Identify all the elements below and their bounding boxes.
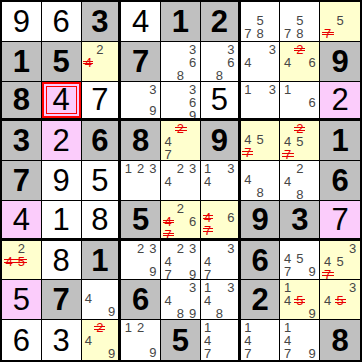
candidate-grid: 1459 [280,280,319,319]
candidate-5: 5 [334,255,347,268]
digit-given: 9 [331,46,348,77]
cell-r2c2[interactable]: 5 [42,42,82,82]
candidate-5: 5 [254,133,266,146]
candidate-6: 6 [225,211,237,224]
candidate-2: 2 [174,162,186,175]
cell-r9c9[interactable]: 8 [320,320,360,360]
cell-r8c8[interactable]: 1459 [280,280,320,320]
cell-r6c5[interactable]: 2467 [161,201,201,241]
cell-r3c7[interactable]: 13 [241,82,281,122]
candidate-4-eliminated: 4 [3,255,15,268]
candidate-grid: 134 [201,161,238,200]
digit-solved: 4 [132,6,149,37]
candidate-grid: 129 [121,320,160,360]
candidate-4: 4 [162,255,174,268]
candidate-8: 8 [213,307,225,320]
cell-r4c3[interactable]: 6 [82,121,122,161]
candidate-4: 4 [242,56,254,69]
candidate-4: 4 [202,294,214,307]
candidate-4: 4 [281,56,293,69]
candidate-8: 8 [294,188,306,201]
candidate-9: 9 [306,347,318,360]
candidate-grid: 2467 [161,201,200,238]
candidate-8: 8 [254,186,266,199]
candidate-8: 8 [294,27,306,40]
candidate-8: 8 [174,307,186,320]
candidate-4: 4 [281,294,293,307]
cell-r6c9[interactable]: 7 [320,201,360,241]
candidate-3: 3 [147,162,159,175]
candidate-7-eliminated: 7 [202,224,214,237]
cell-r1c5[interactable]: 1 [161,2,201,42]
candidate-9: 9 [187,307,199,320]
candidate-7-eliminated: 7 [281,148,293,161]
cell-r9c2[interactable]: 3 [42,320,82,360]
cell-r2c8[interactable]: 246 [280,42,320,82]
digit-given: 6 [132,284,149,315]
cell-r1c7[interactable]: 578 [241,2,281,42]
candidate-7: 7 [202,347,214,360]
cell-r3c8[interactable]: 16 [280,82,320,122]
candidate-7: 7 [281,347,293,360]
cell-r3c5[interactable]: 369 [161,82,201,122]
digit-solved: 5 [91,165,108,196]
digit-given: 3 [91,6,108,37]
candidate-2: 2 [294,162,306,175]
cell-r4c5[interactable]: 247 [161,121,201,161]
candidate-grid: 369 [161,82,200,119]
candidate-5: 5 [294,252,306,265]
candidate-grid: 347 [201,241,238,280]
cell-r2c3[interactable]: 24 [82,42,122,82]
candidate-grid: 147 [201,320,238,360]
candidate-7: 7 [162,148,174,161]
cell-r9c8[interactable]: 1479 [280,320,320,360]
cell-r1c8[interactable]: 578 [280,2,320,42]
digit-solved: 2 [53,125,70,156]
candidate-2-eliminated: 2 [294,43,306,56]
cell-r4c6[interactable]: 9 [201,121,241,161]
candidate-grid: 123 [121,161,160,200]
digit-given: 3 [291,204,308,235]
digit-given: 7 [13,165,30,196]
digit-given: 2 [211,6,228,37]
candidate-grid: 457 [241,121,280,160]
digit-given: 8 [132,125,149,156]
cell-r9c1[interactable]: 6 [2,320,42,360]
cell-r7c2[interactable]: 8 [42,241,82,281]
candidate-9: 9 [147,346,159,359]
cell-r5c1[interactable]: 7 [2,161,42,201]
candidate-4: 4 [202,255,214,268]
candidate-4: 4 [281,175,293,188]
digit-solved: 9 [53,165,70,196]
candidate-8: 8 [213,69,225,82]
digit-given: 7 [132,46,149,77]
digit-solved: 7 [331,204,348,235]
candidate-3: 3 [225,281,237,294]
candidate-grid: 147 [241,320,280,360]
digit-given: 2 [251,284,268,315]
candidate-4-eliminated: 4 [162,215,174,228]
candidate-4: 4 [202,175,214,188]
candidate-grid: 245 [2,241,41,280]
cell-r3c4[interactable]: 39 [121,82,161,122]
cell-r8c2[interactable]: 7 [42,280,82,320]
candidate-2: 2 [135,321,147,334]
digit-solved: 8 [91,204,108,235]
cell-r6c1[interactable]: 4 [2,201,42,241]
candidate-8: 8 [174,69,186,82]
digit-given: 9 [251,204,268,235]
candidate-7: 7 [162,268,174,281]
cell-r7c7[interactable]: 6 [241,241,281,281]
candidate-grid: 239 [121,241,160,280]
digit-given: 9 [211,125,228,156]
digit-solved: 6 [53,6,70,37]
digit-solved: 4 [53,84,70,115]
cell-r6c4[interactable]: 5 [121,201,161,241]
candidate-3: 3 [147,83,159,96]
candidate-grid: 3489 [161,280,200,319]
cell-r5c8[interactable]: 248 [280,161,320,201]
cell-r1c9[interactable]: 57 [320,2,360,42]
candidate-7-eliminated: 7 [242,146,254,159]
candidate-3: 3 [225,43,237,56]
candidate-6: 6 [306,56,318,69]
candidate-5-eliminated: 5 [334,294,347,307]
candidate-2: 2 [174,242,186,255]
cell-r7c5[interactable]: 23479 [161,241,201,281]
candidate-7: 7 [202,268,214,281]
candidate-grid: 578 [241,2,280,41]
candidate-grid: 1479 [280,320,319,360]
candidate-grid: 248 [280,161,319,200]
candidate-3: 3 [187,242,199,255]
cell-r3c6[interactable]: 5 [201,82,241,122]
candidate-grid: 57 [320,2,360,41]
candidate-grid: 24 [82,42,119,81]
candidate-3: 3 [187,162,199,175]
cell-r5c6[interactable]: 134 [201,161,241,201]
cell-r6c6[interactable]: 467 [201,201,241,241]
digit-solved: 9 [13,6,30,37]
candidate-4: 4 [162,175,174,188]
cell-r3c9[interactable]: 2 [320,82,360,122]
candidate-4: 4 [83,292,95,305]
digit-solved: 5 [13,284,30,315]
candidate-4-eliminated: 4 [83,56,95,69]
cell-r7c1[interactable]: 245 [2,241,42,281]
candidate-grid: 16 [280,82,319,119]
candidate-5: 5 [254,14,266,27]
candidate-6: 6 [225,56,237,69]
cell-r4c4[interactable]: 8 [121,121,161,161]
candidate-8: 8 [254,27,266,40]
candidate-grid: 368 [161,42,200,81]
candidate-2: 2 [15,242,27,255]
candidate-2-eliminated: 2 [94,321,106,334]
cell-r4c7[interactable]: 457 [241,121,281,161]
cell-r7c9[interactable]: 3457 [320,241,360,281]
digit-given: 1 [331,125,348,156]
cell-r4c1[interactable]: 3 [2,121,42,161]
cell-r6c2[interactable]: 1 [42,201,82,241]
cell-r9c4[interactable]: 129 [121,320,161,360]
digit-solved: 2 [331,84,348,115]
cell-r5c7[interactable]: 48 [241,161,281,201]
cell-r7c8[interactable]: 4579 [280,241,320,281]
candidate-6: 6 [306,96,318,109]
cell-r4c8[interactable]: 2457 [280,121,320,161]
candidate-7-eliminated: 7 [321,268,334,281]
cell-r2c9[interactable]: 9 [320,42,360,82]
sudoku-board: 9634125785785715247368368342469847393695… [0,0,362,362]
cell-r1c2[interactable]: 6 [42,2,82,42]
candidate-3: 3 [147,242,159,255]
cell-r8c5[interactable]: 3489 [161,280,201,320]
candidate-5: 5 [294,135,306,148]
candidate-1: 1 [122,162,134,175]
cell-r7c3[interactable]: 1 [82,241,122,281]
digit-solved: 4 [13,204,30,235]
cell-r6c3[interactable]: 8 [82,201,122,241]
digit-solved: 6 [13,325,30,356]
cell-r1c6[interactable]: 2 [201,2,241,42]
cell-r4c2[interactable]: 2 [42,121,82,161]
candidate-grid: 368 [201,42,238,81]
candidate-grid: 234 [161,161,200,200]
digit-solved: 7 [91,84,108,115]
digit-given: 5 [132,204,149,235]
digit-given: 7 [53,284,70,315]
candidate-7: 7 [281,27,293,40]
digit-given: 5 [53,46,70,77]
digit-solved: 1 [53,204,70,235]
candidate-grid: 23479 [161,241,200,280]
cell-r5c5[interactable]: 234 [161,161,201,201]
candidate-grid: 578 [280,2,319,41]
digit-solved: 8 [53,245,70,276]
candidate-5-eliminated: 5 [15,255,27,268]
candidate-7: 7 [242,27,254,40]
candidate-5-eliminated: 5 [294,294,306,307]
candidate-9: 9 [106,347,118,360]
digit-given: 3 [13,125,30,156]
candidate-9: 9 [147,265,159,278]
digit-solved: 3 [53,325,70,356]
candidate-grid: 246 [280,42,319,81]
cell-r3c3[interactable]: 7 [82,82,122,122]
candidate-4-eliminated: 4 [202,211,214,224]
cell-r1c1[interactable]: 9 [2,2,42,42]
candidate-1: 1 [281,83,293,96]
cell-r8c3[interactable]: 49 [82,280,122,320]
candidate-4: 4 [242,173,254,186]
candidate-3: 3 [225,242,237,255]
candidate-9: 9 [106,305,118,318]
candidate-2: 2 [135,162,147,175]
cell-r6c7[interactable]: 9 [241,201,281,241]
digit-given: 6 [251,245,268,276]
digit-given: 8 [13,84,30,115]
cell-r6c8[interactable]: 3 [280,201,320,241]
candidate-grid: 3457 [320,241,360,280]
candidate-3: 3 [346,242,359,255]
cell-r1c4[interactable]: 4 [121,2,161,42]
digit-given: 8 [331,325,348,356]
candidate-grid: 1348 [201,280,238,319]
candidate-1: 1 [122,321,134,334]
candidate-3: 3 [187,43,199,56]
candidate-6: 6 [187,96,199,109]
candidate-grid: 39 [121,82,160,119]
cell-r8c9[interactable]: 345 [320,280,360,320]
digit-given: 6 [331,165,348,196]
candidate-3: 3 [266,43,278,56]
cell-r8c1[interactable]: 5 [2,280,42,320]
cell-r9c3[interactable]: 249 [82,320,122,360]
digit-given: 1 [13,46,30,77]
cell-r8c7[interactable]: 2 [241,280,281,320]
candidate-9: 9 [147,104,159,117]
cell-r1c3[interactable]: 3 [82,2,122,42]
candidate-grid: 34 [241,42,280,81]
cell-r5c2[interactable]: 9 [42,161,82,201]
candidate-grid: 49 [82,280,119,319]
digit-given: 6 [91,125,108,156]
candidate-6: 6 [187,215,199,228]
cell-r2c6[interactable]: 368 [201,42,241,82]
cell-r3c1[interactable]: 8 [2,82,42,122]
candidate-2: 2 [135,242,147,255]
candidate-grid: 247 [161,121,200,160]
candidate-4: 4 [321,294,334,307]
candidate-5: 5 [294,14,306,27]
candidate-3: 3 [225,162,237,175]
candidate-7: 7 [242,347,254,360]
cell-r7c4[interactable]: 239 [121,241,161,281]
cell-r9c6[interactable]: 147 [201,320,241,360]
cell-r9c7[interactable]: 147 [241,320,281,360]
cell-r5c3[interactable]: 5 [82,161,122,201]
candidate-3: 3 [266,83,278,96]
candidate-4: 4 [83,334,95,347]
candidate-7: 7 [281,265,293,278]
cell-r2c1[interactable]: 1 [2,42,42,82]
cell-r7c6[interactable]: 347 [201,241,241,281]
candidate-9: 9 [306,307,318,320]
candidate-grid: 345 [320,280,360,319]
digit-given: 5 [172,325,189,356]
candidate-2: 2 [94,43,106,56]
candidate-grid: 2457 [280,121,319,160]
cell-r8c6[interactable]: 1348 [201,280,241,320]
candidate-5: 5 [334,14,347,27]
candidate-9: 9 [187,268,199,281]
cell-r2c5[interactable]: 368 [161,42,201,82]
candidate-9: 9 [187,109,199,122]
candidate-grid: 48 [241,161,280,200]
candidate-3: 3 [187,281,199,294]
cell-r4c9[interactable]: 1 [320,121,360,161]
digit-given: 1 [172,6,189,37]
digit-given: 1 [91,245,108,276]
digit-solved: 5 [211,84,228,115]
candidate-grid: 13 [241,82,280,119]
candidate-3: 3 [346,281,359,294]
candidate-grid: 4579 [280,241,319,280]
cell-r3c2[interactable]: 4 [42,82,82,122]
candidate-4: 4 [321,255,334,268]
candidate-1: 1 [242,83,254,96]
candidate-grid: 467 [201,201,238,238]
cell-r5c9[interactable]: 6 [320,161,360,201]
candidate-9: 9 [306,265,318,278]
cell-r8c4[interactable]: 6 [121,280,161,320]
candidate-grid: 249 [82,320,119,360]
cell-r2c4[interactable]: 7 [121,42,161,82]
candidate-3: 3 [187,83,199,96]
candidate-2: 2 [174,202,186,215]
cell-r5c4[interactable]: 123 [121,161,161,201]
candidate-6: 6 [187,56,199,69]
candidate-7-eliminated: 7 [162,228,174,241]
candidate-4: 4 [162,294,174,307]
candidate-7-eliminated: 7 [321,27,334,40]
cell-r2c7[interactable]: 34 [241,42,281,82]
candidate-2-eliminated: 2 [174,122,186,135]
cell-r9c5[interactable]: 5 [161,320,201,360]
